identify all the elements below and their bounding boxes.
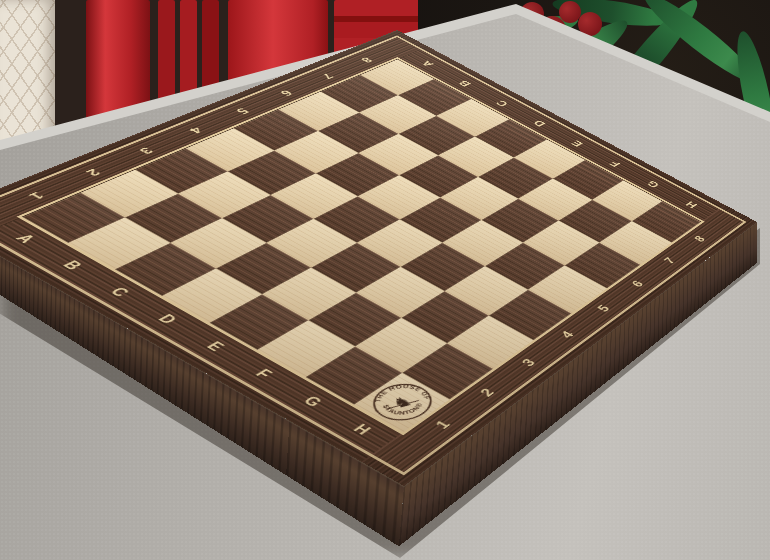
product-photo-scene: AABBCCDDEEFFGGHH8877665544332211 THE HOU…	[0, 0, 770, 560]
